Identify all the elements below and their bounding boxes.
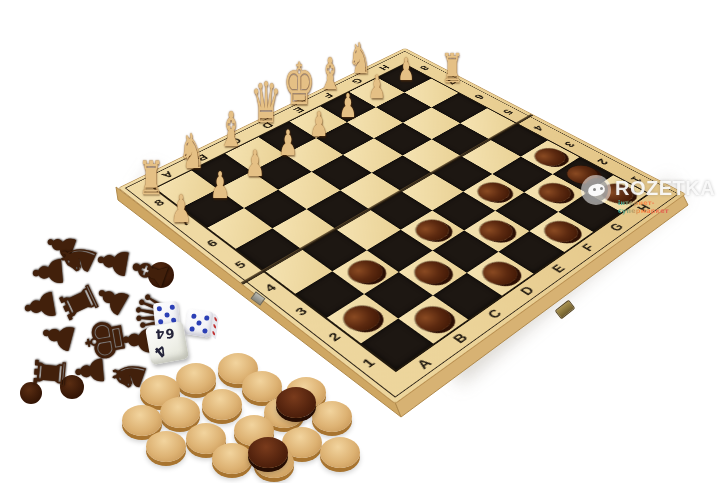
chess-piece-b7-pawn: ♟ (210, 167, 231, 204)
rank-label-2-far: 2 (594, 157, 611, 167)
rank-label-1-near: 1 (359, 356, 379, 371)
light-pile-checker-9 (312, 401, 352, 432)
die-1-pip-2 (164, 312, 169, 317)
chess-piece-c8-bishop: ♝ (218, 105, 245, 153)
die-2-pip-3 (189, 326, 195, 332)
rank-label-4-near: 4 (261, 281, 279, 294)
die-2-side-pip-0 (214, 317, 217, 323)
watermark-brand: ROZETKA (615, 177, 715, 200)
file-label-g-near: G (606, 221, 626, 233)
rank-label-3-near: 3 (292, 305, 311, 318)
light-pile-checker-1 (176, 363, 216, 394)
rank-label-5-near: 5 (232, 259, 249, 271)
light-pile-checker-5 (202, 389, 242, 420)
die-1-pip-1 (169, 305, 174, 310)
dark-pile-checker-18 (248, 437, 288, 468)
chess-piece-h8-rook: ♜ (441, 48, 463, 88)
die-2 (184, 308, 213, 337)
chess-piece-d7-pawn: ♟ (278, 126, 297, 161)
file-label-b-near: B (449, 330, 471, 345)
die-1-pip-0 (157, 306, 162, 311)
rank-label-4-far: 4 (530, 124, 546, 133)
die-2-side-pip-2 (212, 330, 215, 336)
chess-piece-f7-pawn: ♟ (339, 89, 357, 122)
chess-piece-d8-queen: ♛ (250, 75, 281, 131)
product-photo-scene: AABBCCDDEEFFGGHH1122334455667788 ♜♞♝♛♚♝♞… (0, 0, 720, 483)
light-pile-checker-15 (212, 443, 252, 474)
chess-piece-b8-knight: ♞ (179, 127, 206, 175)
file-label-a-near: A (413, 356, 435, 372)
chess-piece-h7-pawn: ♟ (397, 54, 414, 85)
die-2-side-pip-1 (213, 323, 216, 329)
chess-piece-c7-pawn: ♟ (245, 146, 265, 182)
chess-piece-a7-pawn: ♟ (170, 190, 191, 228)
rank-label-5-far: 5 (500, 108, 516, 116)
rozetka-logo-icon (581, 175, 611, 205)
file-label-c-near: C (484, 306, 505, 321)
doubling-cube-face-64: 64 (154, 326, 175, 342)
chess-piece-e7-pawn: ♟ (310, 107, 329, 141)
die-2-pip-1 (204, 315, 210, 321)
rank-label-6-near: 6 (204, 237, 221, 248)
doubling-cube: 644 (145, 321, 189, 365)
die-2-pip-4 (202, 328, 208, 334)
light-pile-checker-14 (320, 437, 360, 468)
dark-pile-checker-17 (276, 387, 316, 418)
watermark-tagline: інтернет-супермаркет (618, 199, 669, 215)
chess-piece-g7-pawn: ♟ (368, 71, 386, 103)
light-pile-checker-6 (160, 397, 200, 428)
file-label-e-near: E (548, 262, 568, 275)
rank-label-2-near: 2 (324, 330, 343, 344)
rank-label-3-far: 3 (562, 140, 579, 149)
rank-label-6-far: 6 (472, 93, 487, 101)
doubling-cube-face-4: 4 (151, 341, 171, 361)
chess-piece-a8-rook: ♜ (138, 155, 164, 201)
light-pile-checker-7 (122, 405, 162, 436)
light-pile-checker-12 (146, 431, 186, 462)
die-2-pip-0 (191, 313, 197, 319)
file-label-d-near: D (516, 284, 537, 298)
die-2-pip-2 (196, 320, 202, 326)
rank-label-8-far: 8 (417, 64, 431, 72)
file-label-f-near: F (578, 241, 597, 253)
